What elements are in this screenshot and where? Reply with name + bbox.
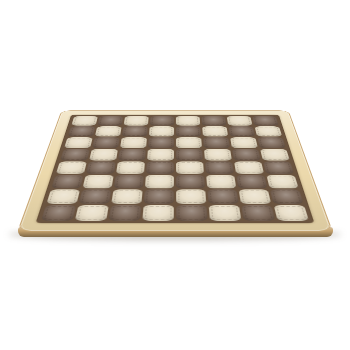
square-h6[interactable] (257, 137, 286, 148)
square-f4[interactable] (205, 161, 234, 173)
square-b5[interactable] (89, 149, 118, 161)
square-a6[interactable] (64, 137, 93, 148)
square-b8[interactable] (97, 116, 123, 126)
square-d1[interactable] (142, 205, 174, 221)
square-b7[interactable] (95, 126, 122, 136)
square-a3[interactable] (51, 175, 83, 188)
perspective-stage (43, 29, 307, 293)
board-frame (17, 110, 332, 231)
square-g4[interactable] (234, 161, 264, 173)
square-d8[interactable] (150, 116, 174, 126)
square-a4[interactable] (56, 161, 87, 173)
square-g7[interactable] (228, 126, 255, 136)
square-h5[interactable] (260, 149, 290, 161)
square-h7[interactable] (255, 126, 283, 136)
square-g2[interactable] (239, 189, 272, 204)
square-c2[interactable] (111, 189, 142, 204)
square-b2[interactable] (79, 189, 112, 204)
square-e8[interactable] (176, 116, 200, 126)
square-d7[interactable] (149, 126, 174, 136)
square-d6[interactable] (148, 137, 174, 148)
square-e5[interactable] (176, 149, 203, 161)
square-h3[interactable] (266, 175, 298, 188)
board-scene (0, 0, 350, 350)
square-a7[interactable] (68, 126, 96, 136)
square-a8[interactable] (71, 116, 98, 126)
square-a5[interactable] (60, 149, 90, 161)
square-c4[interactable] (116, 161, 145, 173)
square-f7[interactable] (202, 126, 228, 136)
square-e2[interactable] (176, 189, 206, 204)
square-f1[interactable] (209, 205, 242, 221)
square-e4[interactable] (176, 161, 204, 173)
square-a2[interactable] (46, 189, 80, 204)
square-c7[interactable] (122, 126, 148, 136)
square-c6[interactable] (120, 137, 147, 148)
square-c1[interactable] (109, 205, 142, 221)
square-b4[interactable] (86, 161, 116, 173)
square-f6[interactable] (203, 137, 230, 148)
square-d4[interactable] (146, 161, 174, 173)
square-g3[interactable] (236, 175, 267, 188)
square-f3[interactable] (206, 175, 236, 188)
square-f5[interactable] (204, 149, 232, 161)
square-f2[interactable] (207, 189, 238, 204)
square-g5[interactable] (232, 149, 261, 161)
square-c5[interactable] (118, 149, 146, 161)
square-b3[interactable] (82, 175, 113, 188)
square-e3[interactable] (176, 175, 205, 188)
square-e7[interactable] (176, 126, 201, 136)
square-c8[interactable] (124, 116, 149, 126)
square-d5[interactable] (147, 149, 174, 161)
square-g8[interactable] (227, 116, 253, 126)
square-h8[interactable] (252, 116, 279, 126)
checkerboard (36, 115, 315, 224)
square-g1[interactable] (241, 205, 275, 221)
square-a1[interactable] (41, 205, 76, 221)
square-e1[interactable] (176, 205, 208, 221)
square-e6[interactable] (176, 137, 202, 148)
square-h2[interactable] (270, 189, 304, 204)
square-g6[interactable] (230, 137, 258, 148)
square-f8[interactable] (201, 116, 226, 126)
square-b1[interactable] (75, 205, 109, 221)
square-d2[interactable] (144, 189, 174, 204)
square-d3[interactable] (145, 175, 174, 188)
square-b6[interactable] (92, 137, 120, 148)
square-h1[interactable] (274, 205, 309, 221)
square-c3[interactable] (114, 175, 144, 188)
square-h4[interactable] (263, 161, 294, 173)
